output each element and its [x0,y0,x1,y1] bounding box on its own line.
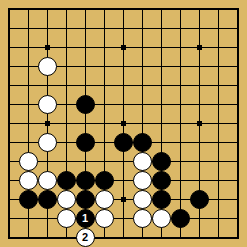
go-board: 12 [0,0,247,247]
move-number-label: 2 [82,232,88,243]
white-stone [133,190,152,209]
black-stone [152,152,171,171]
white-stone [38,133,57,152]
black-stone [76,133,95,152]
white-stone [152,209,171,228]
white-stone [57,190,76,209]
white-stone [38,95,57,114]
black-stone [171,209,190,228]
black-stone [19,190,38,209]
white-stone [95,190,114,209]
black-stone: 1 [76,209,95,228]
white-stone [57,209,76,228]
black-stone [76,95,95,114]
white-stone [133,152,152,171]
black-stone [190,190,209,209]
white-stone [133,171,152,190]
black-stone [57,171,76,190]
stones-layer: 12 [0,0,247,247]
white-stone [19,171,38,190]
white-stone [38,57,57,76]
white-stone [133,209,152,228]
black-stone [152,171,171,190]
black-stone [95,171,114,190]
black-stone [76,171,95,190]
black-stone [133,133,152,152]
black-stone [152,190,171,209]
black-stone [76,190,95,209]
white-stone [38,171,57,190]
white-stone [19,152,38,171]
white-stone [95,209,114,228]
white-stone: 2 [76,228,95,247]
move-number-label: 1 [82,213,88,224]
black-stone [114,133,133,152]
black-stone [38,190,57,209]
